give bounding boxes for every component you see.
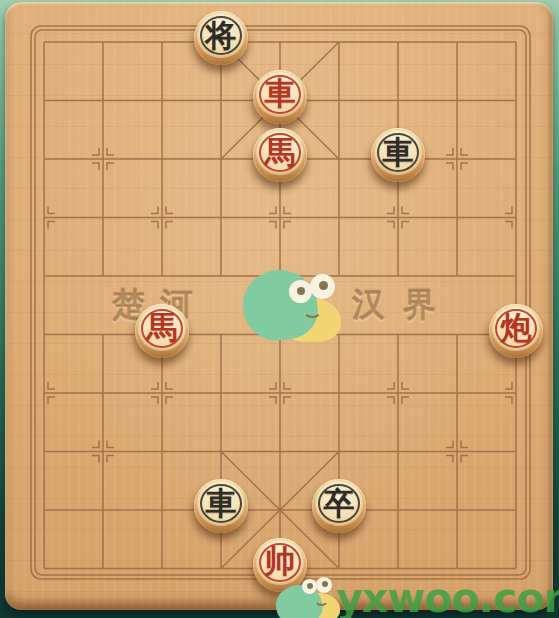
piece-black-general[interactable]: 将 bbox=[194, 11, 248, 65]
piece-black-soldier[interactable]: 卒 bbox=[312, 479, 366, 533]
piece-glyph: 炮 bbox=[501, 312, 532, 344]
piece-red-cannon[interactable]: 炮 bbox=[489, 304, 543, 358]
pieces-layer: 将車馬車馬炮車卒帅 bbox=[15, 13, 546, 598]
snail-pupil bbox=[307, 583, 313, 589]
piece-black-chariot-2[interactable]: 車 bbox=[194, 479, 248, 533]
piece-red-horse-1[interactable]: 馬 bbox=[253, 128, 307, 182]
piece-glyph: 車 bbox=[383, 137, 414, 169]
piece-face: 車 bbox=[256, 72, 304, 117]
piece-glyph: 馬 bbox=[265, 137, 296, 169]
piece-face: 馬 bbox=[256, 130, 304, 175]
piece-glyph: 車 bbox=[206, 488, 237, 520]
piece-face: 炮 bbox=[492, 306, 540, 351]
piece-glyph: 馬 bbox=[147, 312, 178, 344]
snail-smile bbox=[314, 593, 329, 606]
piece-face: 馬 bbox=[138, 306, 186, 351]
piece-face: 車 bbox=[374, 130, 422, 175]
piece-red-chariot[interactable]: 車 bbox=[253, 70, 307, 124]
piece-glyph: 卒 bbox=[324, 488, 355, 520]
piece-red-horse-2[interactable]: 馬 bbox=[135, 304, 189, 358]
piece-black-chariot-1[interactable]: 車 bbox=[371, 128, 425, 182]
piece-face: 車 bbox=[197, 481, 245, 526]
piece-glyph: 車 bbox=[265, 78, 296, 110]
watermark-text: yxwoo.com bbox=[336, 574, 559, 618]
snail-pupil bbox=[322, 581, 328, 587]
xiangqi-screen: 楚河 汉界 将車馬車馬炮車卒帅 yxwoo.com bbox=[0, 0, 559, 618]
piece-face: 将 bbox=[197, 13, 245, 58]
piece-glyph: 将 bbox=[206, 20, 237, 52]
piece-face: 卒 bbox=[315, 481, 363, 526]
piece-glyph: 帅 bbox=[265, 546, 296, 578]
